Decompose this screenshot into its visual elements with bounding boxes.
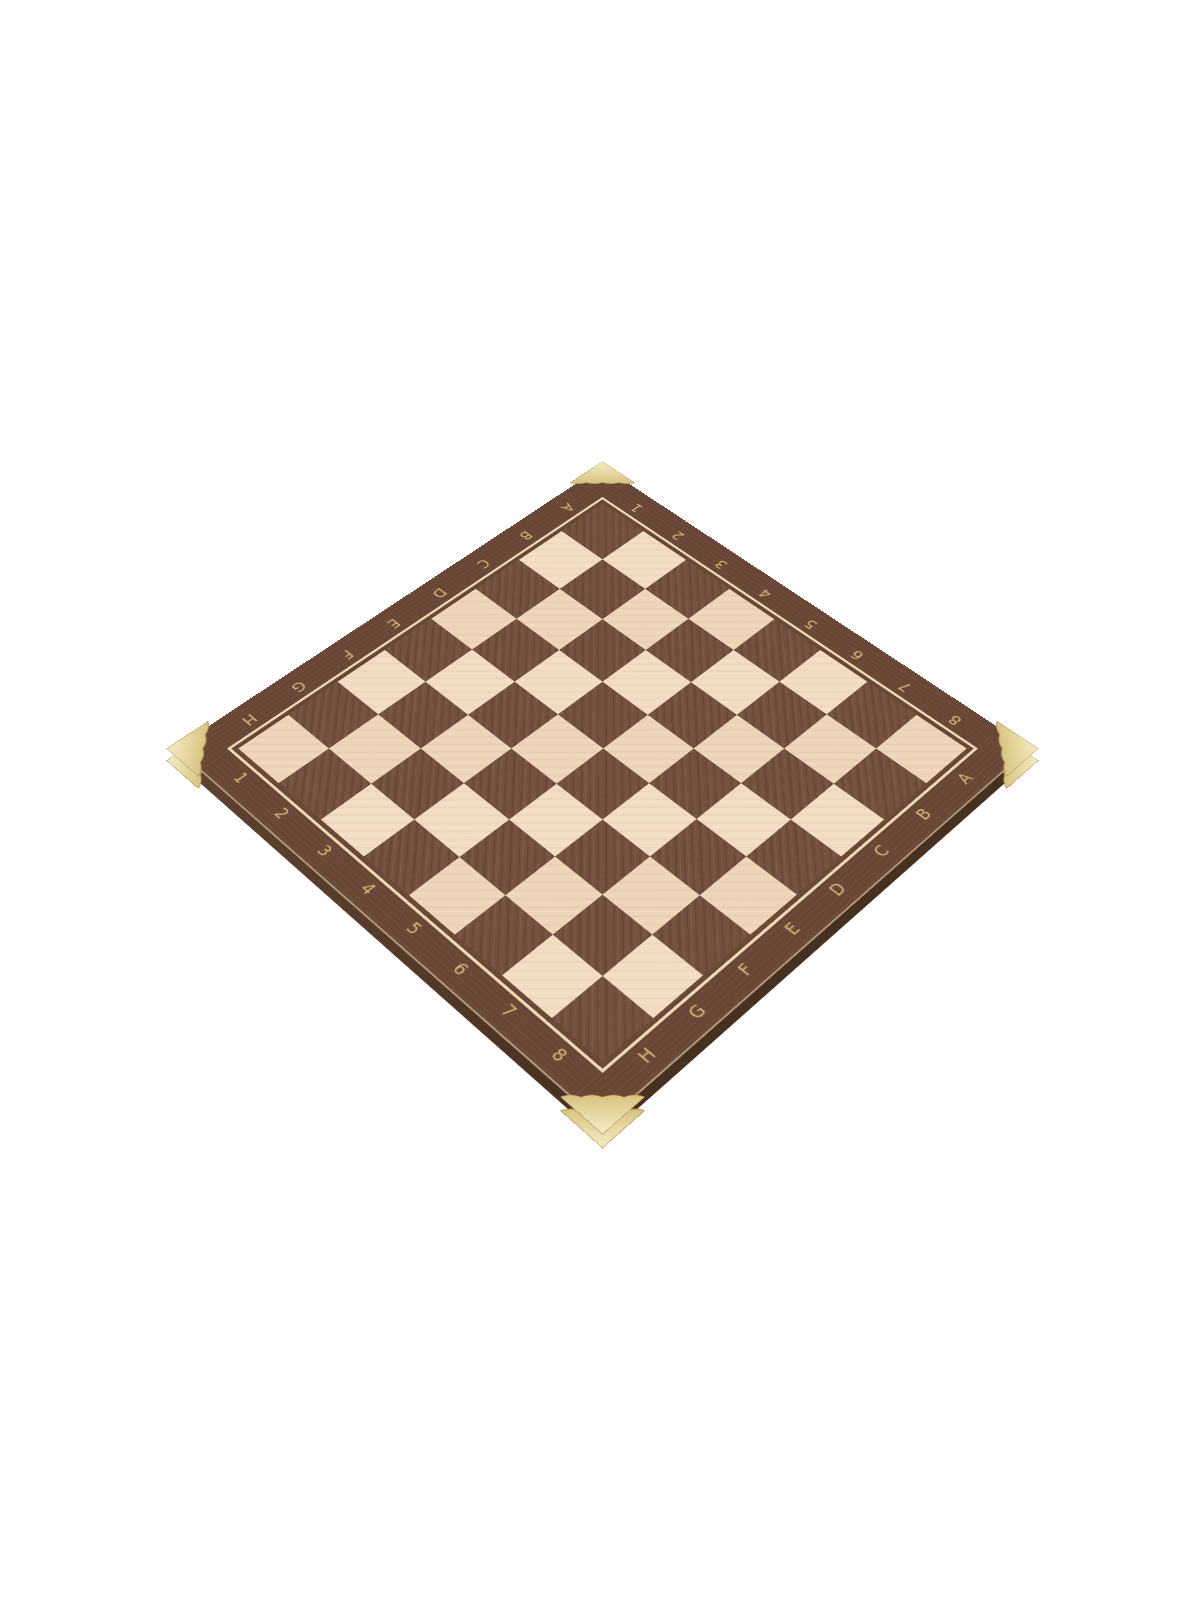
chess-board: .brass-path{fill:url(#brassg);stroke:#8f… xyxy=(174,466,1030,1125)
playing-field xyxy=(238,503,966,1061)
